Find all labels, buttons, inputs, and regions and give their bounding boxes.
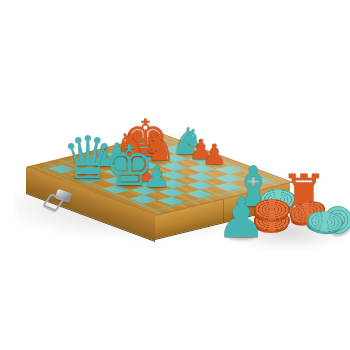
teal-pawn-offboard[interactable]: ♟ [216, 190, 266, 246]
orange-pawn-h4[interactable]: ♟ [202, 141, 227, 169]
teal-checker-disc[interactable] [306, 209, 342, 236]
teal-checker-single [306, 209, 342, 236]
teal-pawn-c3[interactable]: ♟ [144, 162, 171, 192]
latch-clasp [45, 188, 75, 214]
product-photo-scene: Vilac ♟♟♞♚♛♞♞♟♟♚♟♟♝♜♟ [0, 0, 350, 350]
pieces-layer: ♟♟♞♚♛♞♞♟♟♚♟♟♝♜♟ [0, 0, 350, 350]
